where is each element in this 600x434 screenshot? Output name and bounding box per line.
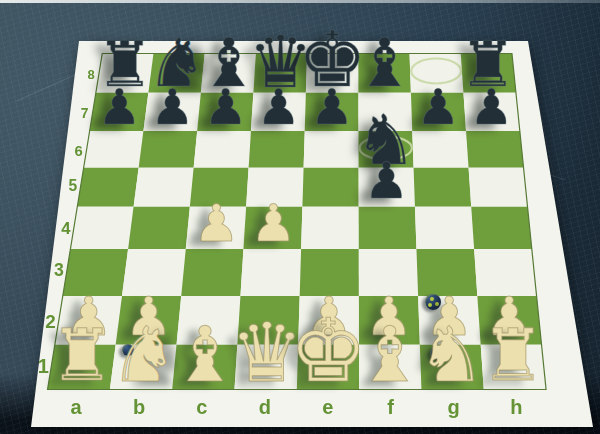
chess-game-window: 12345678abcdefgh ♜♞♝♛♚♝♜♟♟♟♟♟♟♟♞♟♟♟♟♟♟♟♟…: [0, 0, 600, 434]
piece-black-pawn-b7[interactable]: ♟: [151, 84, 195, 133]
piece-white-bishop-c1[interactable]: ♝: [171, 317, 239, 393]
piece-black-pawn-g7[interactable]: ♟: [416, 84, 460, 133]
piece-white-pawn-c4[interactable]: ♟: [193, 198, 239, 249]
piece-black-pawn-h7[interactable]: ♟: [469, 84, 513, 133]
piece-black-pawn-e7[interactable]: ♟: [310, 84, 354, 133]
piece-white-bishop-f1[interactable]: ♝: [356, 317, 424, 393]
piece-black-pawn-d7[interactable]: ♟: [257, 84, 301, 133]
piece-black-pawn-a7[interactable]: ♟: [97, 84, 141, 133]
piece-black-pawn-f5[interactable]: ♟: [364, 156, 409, 206]
piece-white-rook-h1[interactable]: ♜: [481, 320, 545, 391]
piece-black-pawn-c7[interactable]: ♟: [204, 84, 248, 133]
piece-white-pawn-d4[interactable]: ♟: [250, 198, 296, 249]
piece-black-bishop-f8[interactable]: ♝: [354, 30, 414, 97]
piece-white-knight-g1[interactable]: ♞: [417, 317, 485, 393]
piece-white-knight-b1[interactable]: ♞: [109, 317, 177, 393]
piece-white-rook-a1[interactable]: ♜: [50, 320, 114, 391]
